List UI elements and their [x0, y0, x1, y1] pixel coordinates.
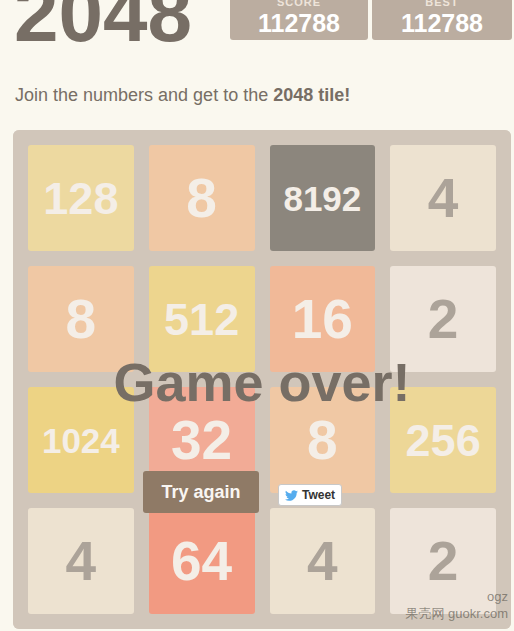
intro-prefix: Join the numbers and get to the — [15, 85, 273, 105]
watermark-line2: 果壳网 guokr.com — [405, 605, 508, 623]
best-box: BEST 112788 — [372, 0, 512, 40]
watermark-line1: ogz — [405, 588, 508, 606]
score-value: 112788 — [230, 10, 368, 38]
watermark: ogz 果壳网 guokr.com — [405, 588, 508, 623]
score-box: SCORE 112788 — [230, 0, 368, 40]
best-value: 112788 — [372, 10, 512, 38]
game-title: 2048 — [14, 0, 192, 54]
game-board: 1288819248512162102432825646442 Game ove… — [13, 130, 511, 629]
tweet-button-label: Tweet — [302, 488, 335, 502]
intro-goal: 2048 tile! — [273, 85, 350, 105]
best-label: BEST — [372, 0, 512, 8]
tweet-button[interactable]: Tweet — [278, 484, 342, 506]
try-again-button[interactable]: Try again — [143, 471, 259, 513]
twitter-bird-icon — [285, 489, 298, 502]
intro-text: Join the numbers and get to the 2048 til… — [15, 84, 350, 107]
score-label: SCORE — [230, 0, 368, 8]
game-over-message: Game over! — [13, 355, 511, 409]
